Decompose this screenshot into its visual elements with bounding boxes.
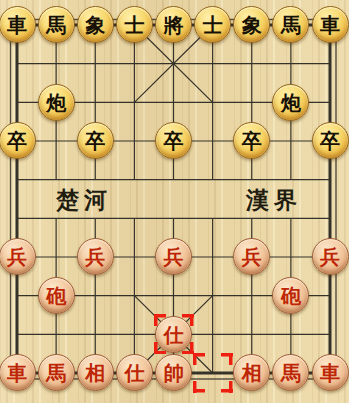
board-point[interactable] bbox=[193, 315, 232, 354]
piece-black-k[interactable]: 將 bbox=[155, 6, 192, 43]
piece-red-p[interactable]: 兵 bbox=[155, 238, 192, 275]
board-point[interactable] bbox=[193, 44, 232, 83]
piece-glyph: 車 bbox=[7, 14, 27, 35]
board-point[interactable] bbox=[232, 276, 271, 315]
board-point[interactable]: 卒 bbox=[232, 122, 271, 161]
board-point[interactable] bbox=[193, 354, 232, 393]
piece-glyph: 馬 bbox=[46, 14, 66, 35]
piece-glyph: 炮 bbox=[281, 92, 301, 113]
piece-glyph: 馬 bbox=[281, 362, 301, 383]
board-point[interactable] bbox=[271, 160, 310, 199]
piece-glyph: 馬 bbox=[46, 362, 66, 383]
board-point[interactable]: 馬 bbox=[37, 354, 76, 393]
board-grid: 車馬象士將士象馬車炮炮卒卒卒卒卒兵兵兵兵兵砲砲仕車馬相仕帥相馬車 bbox=[0, 6, 349, 393]
board-point[interactable] bbox=[115, 122, 154, 161]
board-point[interactable]: 相 bbox=[76, 354, 115, 393]
piece-glyph: 兵 bbox=[7, 246, 27, 267]
board-point[interactable] bbox=[115, 160, 154, 199]
board-point[interactable]: 仕 bbox=[115, 354, 154, 393]
board-point[interactable]: 象 bbox=[232, 6, 271, 45]
board-point[interactable]: 兵 bbox=[0, 238, 37, 277]
board-point[interactable]: 車 bbox=[0, 6, 37, 45]
piece-glyph: 仕 bbox=[124, 362, 144, 383]
piece-black-r[interactable]: 車 bbox=[312, 6, 349, 43]
board-point[interactable] bbox=[154, 276, 193, 315]
board-point[interactable]: 卒 bbox=[0, 122, 37, 161]
board-point[interactable]: 仕 bbox=[154, 315, 193, 354]
board-point[interactable] bbox=[232, 44, 271, 83]
piece-glyph: 兵 bbox=[85, 246, 105, 267]
piece-black-b[interactable]: 象 bbox=[233, 6, 270, 43]
piece-glyph: 卒 bbox=[7, 130, 27, 151]
piece-glyph: 卒 bbox=[320, 130, 340, 151]
board-point[interactable] bbox=[154, 83, 193, 122]
board-point[interactable] bbox=[76, 315, 115, 354]
board-point[interactable] bbox=[193, 83, 232, 122]
piece-black-p[interactable]: 卒 bbox=[77, 122, 114, 159]
board-point[interactable] bbox=[37, 199, 76, 238]
board-point[interactable]: 車 bbox=[310, 6, 349, 45]
board-point[interactable] bbox=[310, 315, 349, 354]
board-point[interactable]: 兵 bbox=[310, 238, 349, 277]
board-point[interactable] bbox=[310, 83, 349, 122]
board-point[interactable] bbox=[193, 122, 232, 161]
board-point[interactable] bbox=[271, 122, 310, 161]
xiangqi-board: 楚河 漢界 車馬象士將士象馬車炮炮卒卒卒卒卒兵兵兵兵兵砲砲仕車馬相仕帥相馬車 bbox=[0, 0, 349, 403]
board-point[interactable] bbox=[193, 160, 232, 199]
board-point[interactable] bbox=[0, 199, 37, 238]
piece-black-a[interactable]: 士 bbox=[194, 6, 231, 43]
board-point[interactable] bbox=[37, 160, 76, 199]
piece-black-c[interactable]: 炮 bbox=[38, 84, 75, 121]
board-point[interactable]: 士 bbox=[115, 6, 154, 45]
piece-black-r[interactable]: 車 bbox=[0, 6, 36, 43]
board-point[interactable] bbox=[310, 276, 349, 315]
board-point[interactable] bbox=[271, 315, 310, 354]
board-point[interactable] bbox=[193, 276, 232, 315]
board-point[interactable] bbox=[154, 44, 193, 83]
piece-glyph: 炮 bbox=[46, 92, 66, 113]
piece-glyph: 仕 bbox=[164, 324, 184, 345]
board-point[interactable] bbox=[271, 199, 310, 238]
board-point[interactable] bbox=[115, 83, 154, 122]
board-point[interactable] bbox=[76, 276, 115, 315]
board-point[interactable]: 將 bbox=[154, 6, 193, 45]
board-point[interactable] bbox=[0, 83, 37, 122]
piece-glyph: 帥 bbox=[164, 362, 184, 383]
piece-glyph: 象 bbox=[85, 14, 105, 35]
board-point[interactable]: 砲 bbox=[37, 276, 76, 315]
board-point[interactable] bbox=[76, 160, 115, 199]
board-point[interactable] bbox=[115, 238, 154, 277]
piece-red-n[interactable]: 馬 bbox=[38, 354, 75, 391]
piece-red-p[interactable]: 兵 bbox=[0, 238, 36, 275]
board-point[interactable] bbox=[76, 44, 115, 83]
board-point[interactable] bbox=[37, 44, 76, 83]
piece-red-c[interactable]: 砲 bbox=[272, 277, 309, 314]
piece-glyph: 卒 bbox=[85, 130, 105, 151]
board-point[interactable]: 馬 bbox=[37, 6, 76, 45]
board-point[interactable] bbox=[271, 238, 310, 277]
piece-red-b[interactable]: 相 bbox=[233, 354, 270, 391]
piece-red-a[interactable]: 仕 bbox=[116, 354, 153, 391]
board-point[interactable] bbox=[0, 44, 37, 83]
piece-black-b[interactable]: 象 bbox=[77, 6, 114, 43]
board-point[interactable]: 相 bbox=[232, 354, 271, 393]
piece-black-c[interactable]: 炮 bbox=[272, 84, 309, 121]
board-point[interactable] bbox=[115, 276, 154, 315]
board-point[interactable] bbox=[37, 122, 76, 161]
piece-glyph: 兵 bbox=[242, 246, 262, 267]
board-point[interactable]: 馬 bbox=[271, 354, 310, 393]
piece-black-p[interactable]: 卒 bbox=[312, 122, 349, 159]
board-point[interactable]: 兵 bbox=[232, 238, 271, 277]
board-point[interactable]: 炮 bbox=[271, 83, 310, 122]
piece-glyph: 砲 bbox=[46, 285, 66, 306]
piece-black-p[interactable]: 卒 bbox=[233, 122, 270, 159]
piece-black-n[interactable]: 馬 bbox=[272, 6, 309, 43]
board-point[interactable]: 馬 bbox=[271, 6, 310, 45]
board-point[interactable]: 車 bbox=[0, 354, 37, 393]
piece-glyph: 士 bbox=[203, 14, 223, 35]
board-point[interactable] bbox=[0, 276, 37, 315]
board-point[interactable] bbox=[154, 160, 193, 199]
board-point[interactable]: 士 bbox=[193, 6, 232, 45]
piece-red-p[interactable]: 兵 bbox=[77, 238, 114, 275]
piece-black-p[interactable]: 卒 bbox=[155, 122, 192, 159]
piece-red-b[interactable]: 相 bbox=[77, 354, 114, 391]
board-point[interactable] bbox=[193, 199, 232, 238]
board-point[interactable] bbox=[271, 44, 310, 83]
piece-glyph: 車 bbox=[320, 362, 340, 383]
board-point[interactable]: 砲 bbox=[271, 276, 310, 315]
board-point[interactable]: 卒 bbox=[154, 122, 193, 161]
piece-glyph: 相 bbox=[85, 362, 105, 383]
board-point[interactable]: 卒 bbox=[310, 122, 349, 161]
board-point[interactable] bbox=[115, 199, 154, 238]
board-point[interactable] bbox=[193, 238, 232, 277]
board-point[interactable] bbox=[232, 315, 271, 354]
board-point[interactable] bbox=[0, 160, 37, 199]
piece-glyph: 砲 bbox=[281, 285, 301, 306]
piece-red-a[interactable]: 仕 bbox=[155, 316, 192, 353]
board-point[interactable]: 卒 bbox=[76, 122, 115, 161]
piece-red-r[interactable]: 車 bbox=[0, 354, 36, 391]
board-point[interactable] bbox=[37, 315, 76, 354]
piece-red-n[interactable]: 馬 bbox=[272, 354, 309, 391]
piece-glyph: 兵 bbox=[320, 246, 340, 267]
board-point[interactable] bbox=[232, 83, 271, 122]
board-point[interactable] bbox=[310, 199, 349, 238]
piece-glyph: 士 bbox=[124, 14, 144, 35]
piece-black-p[interactable]: 卒 bbox=[0, 122, 36, 159]
board-point[interactable]: 兵 bbox=[76, 238, 115, 277]
piece-glyph: 相 bbox=[242, 362, 262, 383]
piece-black-n[interactable]: 馬 bbox=[38, 6, 75, 43]
piece-glyph: 兵 bbox=[164, 246, 184, 267]
piece-glyph: 象 bbox=[242, 14, 262, 35]
piece-red-k[interactable]: 帥 bbox=[155, 354, 192, 391]
piece-glyph: 卒 bbox=[242, 130, 262, 151]
board-point[interactable] bbox=[115, 315, 154, 354]
board-point[interactable]: 象 bbox=[76, 6, 115, 45]
piece-red-p[interactable]: 兵 bbox=[233, 238, 270, 275]
board-point[interactable] bbox=[76, 199, 115, 238]
piece-glyph: 車 bbox=[320, 14, 340, 35]
board-point[interactable] bbox=[37, 238, 76, 277]
board-point[interactable] bbox=[310, 44, 349, 83]
piece-black-a[interactable]: 士 bbox=[116, 6, 153, 43]
piece-glyph: 馬 bbox=[281, 14, 301, 35]
piece-glyph: 車 bbox=[7, 362, 27, 383]
board-point[interactable] bbox=[232, 160, 271, 199]
piece-glyph: 卒 bbox=[164, 130, 184, 151]
board-point[interactable] bbox=[310, 160, 349, 199]
piece-red-c[interactable]: 砲 bbox=[38, 277, 75, 314]
board-point[interactable] bbox=[76, 83, 115, 122]
piece-glyph: 將 bbox=[164, 14, 184, 35]
board-point[interactable] bbox=[115, 44, 154, 83]
last-move-from-marker bbox=[193, 353, 233, 393]
board-point[interactable] bbox=[232, 199, 271, 238]
piece-red-p[interactable]: 兵 bbox=[312, 238, 349, 275]
board-point[interactable] bbox=[0, 315, 37, 354]
piece-red-r[interactable]: 車 bbox=[312, 354, 349, 391]
board-point[interactable]: 兵 bbox=[154, 238, 193, 277]
board-point[interactable]: 帥 bbox=[154, 354, 193, 393]
board-point[interactable]: 炮 bbox=[37, 83, 76, 122]
board-point[interactable] bbox=[154, 199, 193, 238]
board-point[interactable]: 車 bbox=[310, 354, 349, 393]
